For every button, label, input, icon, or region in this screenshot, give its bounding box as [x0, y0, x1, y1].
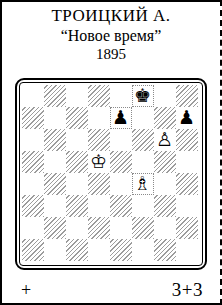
square-c3: [66, 195, 88, 217]
square-c5: [66, 151, 88, 173]
square-b6: [44, 129, 66, 151]
square-a6: [22, 129, 44, 151]
square-e1: [110, 239, 132, 261]
square-b3: [44, 195, 66, 217]
square-a8: [22, 85, 44, 107]
square-e2: [110, 217, 132, 239]
square-f7: [132, 107, 154, 129]
square-f6: [132, 129, 154, 151]
square-f8: ♚: [132, 85, 154, 107]
square-f4: ♗: [132, 173, 154, 195]
chess-board: ♚♟♟♙♔♗: [22, 85, 198, 261]
square-e7: ♟: [110, 107, 132, 129]
square-e8: [110, 85, 132, 107]
square-g7: [154, 107, 176, 129]
square-c6: [66, 129, 88, 151]
square-c4: [66, 173, 88, 195]
square-h3: [176, 195, 198, 217]
square-e5: [110, 151, 132, 173]
square-b7: [44, 107, 66, 129]
square-d7: [88, 107, 110, 129]
square-h7: ♟: [176, 107, 198, 129]
study-card: ТРОИЦКИЙ А. “Новое время” 1895 ♚♟♟♙♔♗ + …: [0, 0, 222, 305]
white-king: ♔: [88, 151, 110, 173]
square-d1: [88, 239, 110, 261]
square-h2: [176, 217, 198, 239]
square-h4: [176, 173, 198, 195]
material-count: 3+3: [172, 279, 203, 301]
square-g8: [154, 85, 176, 107]
stipulation-white-wins: +: [21, 280, 31, 301]
square-d6: [88, 129, 110, 151]
square-e3: [110, 195, 132, 217]
square-f1: [132, 239, 154, 261]
square-b2: [44, 217, 66, 239]
square-c7: [66, 107, 88, 129]
square-a3: [22, 195, 44, 217]
square-a7: [22, 107, 44, 129]
square-c1: [66, 239, 88, 261]
publication-year: 1895: [2, 46, 220, 63]
publication-source: “Новое время”: [2, 26, 220, 46]
square-d5: ♔: [88, 151, 110, 173]
square-c8: [66, 85, 88, 107]
square-g1: [154, 239, 176, 261]
square-a2: [22, 217, 44, 239]
black-pawn: ♟: [176, 107, 198, 129]
square-h1: [176, 239, 198, 261]
square-h6: [176, 129, 198, 151]
square-g5: [154, 151, 176, 173]
square-d3: [88, 195, 110, 217]
square-h5: [176, 151, 198, 173]
square-h8: [176, 85, 198, 107]
square-b5: [44, 151, 66, 173]
square-e6: [110, 129, 132, 151]
square-g2: [154, 217, 176, 239]
square-f5: [132, 151, 154, 173]
square-b8: [44, 85, 66, 107]
square-b4: [44, 173, 66, 195]
composer-name: ТРОИЦКИЙ А.: [2, 5, 220, 26]
square-f3: [132, 195, 154, 217]
square-g6: ♙: [154, 129, 176, 151]
square-f2: [132, 217, 154, 239]
square-a5: [22, 151, 44, 173]
square-g3: [154, 195, 176, 217]
black-king: ♚: [132, 85, 154, 107]
square-b1: [44, 239, 66, 261]
square-g4: [154, 173, 176, 195]
white-bishop: ♗: [132, 173, 154, 195]
square-a4: [22, 173, 44, 195]
square-c2: [66, 217, 88, 239]
square-e4: [110, 173, 132, 195]
chess-board-frame: ♚♟♟♙♔♗: [15, 78, 207, 270]
square-d8: [88, 85, 110, 107]
black-pawn: ♟: [110, 107, 132, 129]
square-a1: [22, 239, 44, 261]
chess-board-inner-frame: ♚♟♟♙♔♗: [19, 82, 203, 266]
study-header: ТРОИЦКИЙ А. “Новое время” 1895: [2, 5, 220, 63]
square-d4: [88, 173, 110, 195]
white-pawn: ♙: [154, 129, 176, 151]
square-d2: [88, 217, 110, 239]
